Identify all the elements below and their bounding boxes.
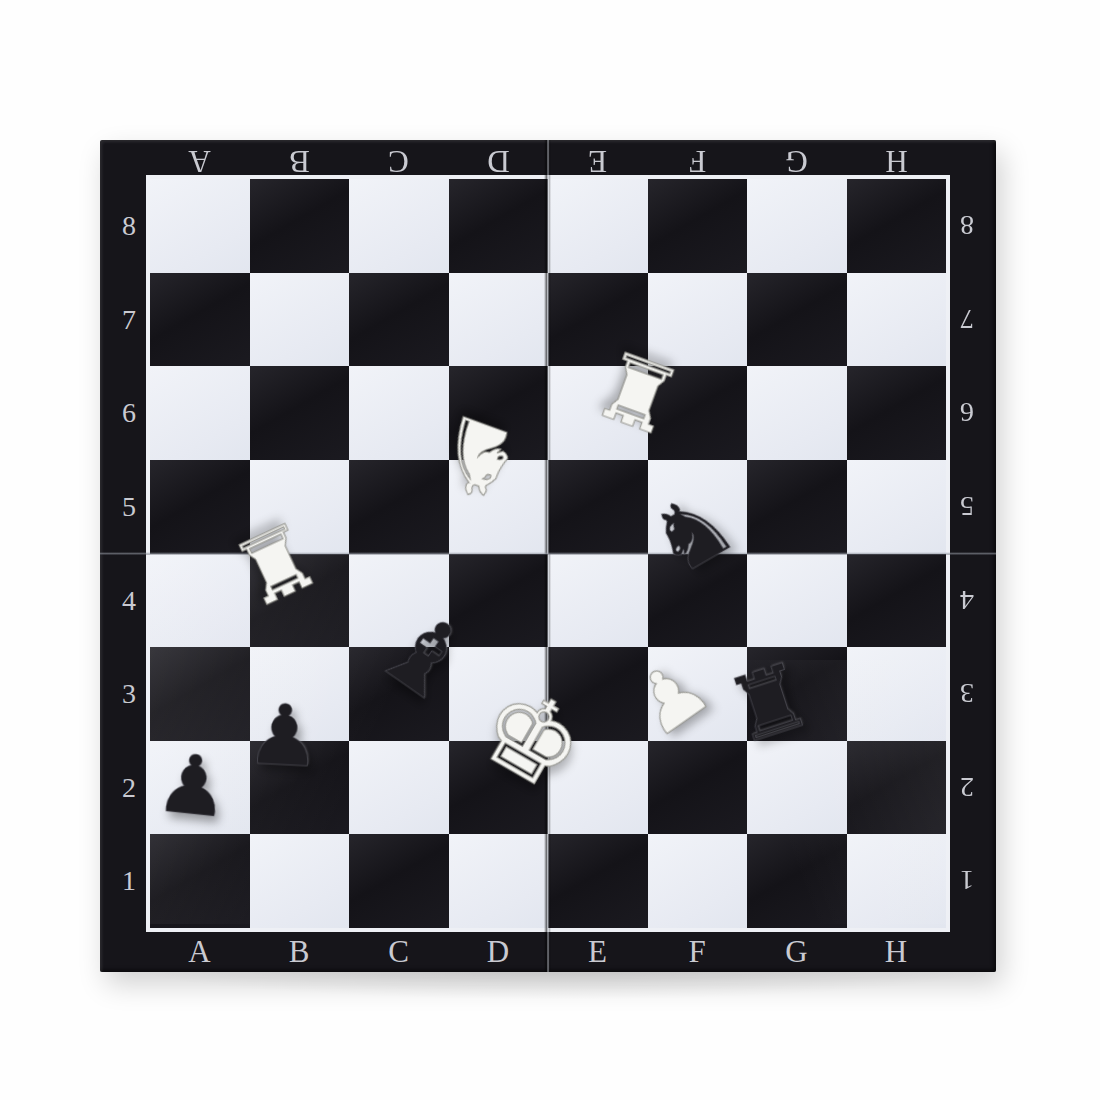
square-d8 (449, 179, 549, 273)
bottom-file-label-a: A (150, 934, 249, 970)
square-b1 (250, 834, 350, 928)
right-rank-label-8: 8 (950, 179, 984, 272)
square-a8 (150, 179, 250, 273)
square-c6 (349, 366, 449, 460)
chess-board: AABBCCDDEEFFGGHH8877665544332211 ♜♞♞♜♝♚♟… (100, 140, 996, 972)
top-file-label-h: H (847, 143, 946, 179)
square-h2 (847, 741, 947, 835)
square-e4 (548, 554, 648, 648)
square-c1 (349, 834, 449, 928)
square-e1 (548, 834, 648, 928)
square-d1 (449, 834, 549, 928)
bottom-file-label-b: B (250, 934, 349, 970)
square-c8 (349, 179, 449, 273)
square-f8 (648, 179, 748, 273)
top-file-label-e: E (548, 143, 647, 179)
black-pawn-a2: ♟ (152, 741, 234, 830)
right-rank-label-3: 3 (950, 647, 984, 740)
top-file-label-c: C (349, 143, 448, 179)
square-h6 (847, 366, 947, 460)
square-c7 (349, 273, 449, 367)
black-pawn-b3: ♟ (244, 692, 324, 780)
square-a7 (150, 273, 250, 367)
square-g8 (747, 179, 847, 273)
left-rank-label-2: 2 (112, 741, 146, 834)
right-rank-label-5: 5 (950, 460, 984, 553)
square-f2 (648, 741, 748, 835)
bottom-file-label-h: H (847, 934, 946, 970)
square-g4 (747, 554, 847, 648)
square-f1 (648, 834, 748, 928)
square-d7 (449, 273, 549, 367)
top-file-label-f: F (648, 143, 747, 179)
square-h7 (847, 273, 947, 367)
left-rank-label-3: 3 (112, 647, 146, 740)
left-rank-label-8: 8 (112, 179, 146, 272)
square-b8 (250, 179, 350, 273)
square-g6 (747, 366, 847, 460)
square-a6 (150, 366, 250, 460)
square-g7 (747, 273, 847, 367)
top-file-label-g: G (747, 143, 846, 179)
right-rank-label-7: 7 (950, 273, 984, 366)
right-rank-label-6: 6 (950, 366, 984, 459)
square-b7 (250, 273, 350, 367)
right-rank-label-2: 2 (950, 741, 984, 834)
square-h1 (847, 834, 947, 928)
square-h3 (847, 647, 947, 741)
square-h8 (847, 179, 947, 273)
vertical-fold-seam (544, 140, 551, 972)
bottom-file-label-d: D (449, 934, 548, 970)
left-rank-label-5: 5 (112, 460, 146, 553)
left-rank-label-4: 4 (112, 554, 146, 647)
square-g1 (747, 834, 847, 928)
bottom-file-label-g: G (747, 934, 846, 970)
square-g5 (747, 460, 847, 554)
bottom-file-label-e: E (548, 934, 647, 970)
square-b6 (250, 366, 350, 460)
square-c2 (349, 741, 449, 835)
square-a1 (150, 834, 250, 928)
top-file-label-a: A (150, 143, 249, 179)
left-rank-label-1: 1 (112, 834, 146, 927)
square-h5 (847, 460, 947, 554)
left-rank-label-6: 6 (112, 366, 146, 459)
square-h4 (847, 554, 947, 648)
right-rank-label-1: 1 (950, 834, 984, 927)
square-a3 (150, 647, 250, 741)
photo-stage: AABBCCDDEEFFGGHH8877665544332211 ♜♞♞♜♝♚♟… (0, 0, 1100, 1100)
bottom-file-label-f: F (648, 934, 747, 970)
right-rank-label-4: 4 (950, 554, 984, 647)
square-e8 (548, 179, 648, 273)
left-rank-label-7: 7 (112, 273, 146, 366)
bottom-file-label-c: C (349, 934, 448, 970)
top-file-label-b: B (250, 143, 349, 179)
top-file-label-d: D (449, 143, 548, 179)
